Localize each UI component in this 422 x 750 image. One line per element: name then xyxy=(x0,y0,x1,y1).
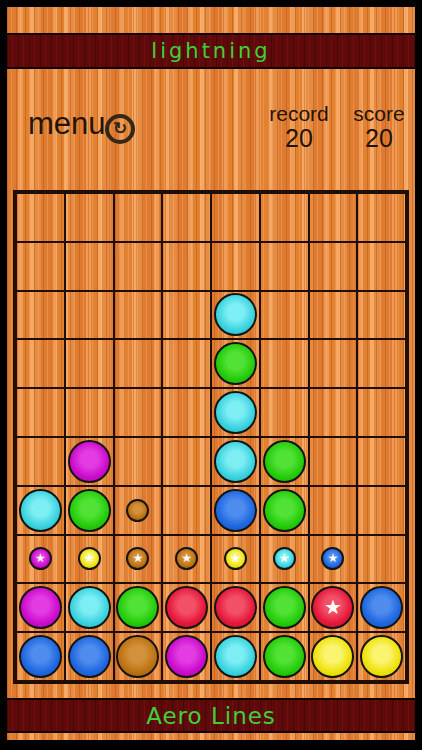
record-label: record xyxy=(266,102,332,125)
star-icon: ★ xyxy=(132,552,143,564)
ball-yellow[interactable] xyxy=(360,635,403,678)
star-icon: ★ xyxy=(181,552,192,564)
board-cell[interactable] xyxy=(357,632,406,681)
board-cell[interactable] xyxy=(260,486,309,535)
menu-button[interactable]: menu xyxy=(28,106,106,142)
board-cell[interactable] xyxy=(65,486,114,535)
board-cell[interactable] xyxy=(260,193,309,242)
board-cell[interactable] xyxy=(16,632,65,681)
board-cell[interactable] xyxy=(260,437,309,486)
board-cell[interactable] xyxy=(309,242,358,291)
board-cell[interactable] xyxy=(357,339,406,388)
board-cell[interactable] xyxy=(16,486,65,535)
board-cell[interactable] xyxy=(357,242,406,291)
ball-yellow-star[interactable]: ★ xyxy=(224,547,247,570)
ball-green[interactable] xyxy=(214,342,257,385)
board-cell[interactable] xyxy=(114,339,163,388)
board-cell[interactable] xyxy=(16,339,65,388)
board-cell[interactable] xyxy=(309,632,358,681)
ball-cyan[interactable] xyxy=(214,635,257,678)
board-cell[interactable] xyxy=(162,339,211,388)
ball-brown-star[interactable]: ★ xyxy=(126,547,149,570)
board-cell[interactable] xyxy=(211,291,260,340)
board-cell[interactable] xyxy=(211,486,260,535)
ball-green[interactable] xyxy=(116,586,159,629)
board-cell[interactable]: ★ xyxy=(65,535,114,584)
board-cell[interactable] xyxy=(211,193,260,242)
board-cell[interactable] xyxy=(162,242,211,291)
board-cell[interactable] xyxy=(162,437,211,486)
star-icon: ★ xyxy=(279,552,290,564)
score-label: score xyxy=(350,102,408,125)
board-cell[interactable] xyxy=(114,291,163,340)
board-cell[interactable] xyxy=(309,437,358,486)
ball-cyan[interactable] xyxy=(214,440,257,483)
ball-magenta[interactable] xyxy=(19,586,62,629)
ball-blue[interactable] xyxy=(214,489,257,532)
ball-blue[interactable] xyxy=(68,635,111,678)
board-cell[interactable] xyxy=(162,193,211,242)
board-cell[interactable]: ★ xyxy=(309,535,358,584)
board-cell[interactable] xyxy=(162,388,211,437)
board-cell[interactable]: ★ xyxy=(16,535,65,584)
star-icon: ★ xyxy=(324,597,342,617)
ball-brown-star[interactable]: ★ xyxy=(175,547,198,570)
board-cell[interactable] xyxy=(114,388,163,437)
board-cell[interactable]: ★ xyxy=(114,535,163,584)
ball-cyan[interactable] xyxy=(68,586,111,629)
score-value: 20 xyxy=(350,125,408,152)
ball-magenta[interactable] xyxy=(68,440,111,483)
board-cell[interactable] xyxy=(211,632,260,681)
board-cell[interactable] xyxy=(162,486,211,535)
refresh-button[interactable]: ↻ xyxy=(105,114,135,144)
board-cell[interactable] xyxy=(65,583,114,632)
star-icon: ★ xyxy=(35,552,46,564)
refresh-icon: ↻ xyxy=(113,120,127,137)
board-cell[interactable] xyxy=(16,583,65,632)
board-cell[interactable] xyxy=(309,291,358,340)
board-cell[interactable] xyxy=(114,242,163,291)
board-cell[interactable] xyxy=(162,291,211,340)
board-cell[interactable] xyxy=(114,437,163,486)
board-cell[interactable] xyxy=(357,437,406,486)
board-cell[interactable]: ★ xyxy=(211,535,260,584)
board-cell[interactable] xyxy=(357,583,406,632)
ball-red[interactable] xyxy=(214,586,257,629)
board-cell[interactable] xyxy=(357,291,406,340)
board-cell[interactable] xyxy=(65,291,114,340)
ball-cyan[interactable] xyxy=(214,391,257,434)
board-cell[interactable] xyxy=(16,242,65,291)
board-cell[interactable] xyxy=(16,193,65,242)
bottom-title-band: Aero Lines xyxy=(7,698,415,733)
board-cell[interactable] xyxy=(260,388,309,437)
ball-blue[interactable] xyxy=(19,635,62,678)
board-cell[interactable] xyxy=(65,437,114,486)
board-cell[interactable] xyxy=(309,486,358,535)
board-cell[interactable] xyxy=(357,388,406,437)
ball-magenta[interactable] xyxy=(165,635,208,678)
board-cell[interactable]: ★ xyxy=(260,535,309,584)
board-cell[interactable] xyxy=(114,486,163,535)
board-cell[interactable] xyxy=(211,583,260,632)
board-cell[interactable] xyxy=(357,193,406,242)
board-cell[interactable] xyxy=(309,339,358,388)
ball-brown[interactable] xyxy=(116,635,159,678)
board-cell[interactable] xyxy=(16,388,65,437)
board-cell[interactable] xyxy=(114,193,163,242)
app-title: Aero Lines xyxy=(146,703,276,729)
game-board[interactable]: ★★★★★★★★ xyxy=(13,190,409,684)
ball-yellow-star[interactable]: ★ xyxy=(78,547,101,570)
ball-magenta-star[interactable]: ★ xyxy=(29,547,52,570)
board-cell[interactable] xyxy=(114,632,163,681)
mode-title: lightning xyxy=(151,39,270,63)
ball-green[interactable] xyxy=(263,440,306,483)
record-block: record 20 xyxy=(266,102,332,152)
ball-cyan[interactable] xyxy=(214,293,257,336)
top-title-band: lightning xyxy=(7,33,415,69)
board-cell[interactable] xyxy=(162,583,211,632)
board-cell[interactable] xyxy=(357,486,406,535)
board-cell[interactable] xyxy=(260,242,309,291)
ball-blue-star[interactable]: ★ xyxy=(321,547,344,570)
board-cell[interactable] xyxy=(211,437,260,486)
star-icon: ★ xyxy=(327,552,338,564)
board-cell[interactable] xyxy=(260,291,309,340)
ball-yellow[interactable] xyxy=(311,635,354,678)
board-cell[interactable] xyxy=(260,632,309,681)
board-cell[interactable] xyxy=(65,632,114,681)
board-cell[interactable] xyxy=(65,388,114,437)
board-cell[interactable] xyxy=(260,583,309,632)
ball-red-star[interactable]: ★ xyxy=(311,586,354,629)
board-cell[interactable]: ★ xyxy=(162,535,211,584)
ball-red[interactable] xyxy=(165,586,208,629)
ball-blue[interactable] xyxy=(360,586,403,629)
ball-green[interactable] xyxy=(263,489,306,532)
star-icon: ★ xyxy=(84,552,95,564)
board-cell[interactable] xyxy=(65,193,114,242)
app-window: lightning menu ↻ record 20 score 20 ★★★★… xyxy=(0,0,422,750)
record-value: 20 xyxy=(266,125,332,152)
board-cell[interactable]: ★ xyxy=(309,583,358,632)
board-cell[interactable] xyxy=(65,339,114,388)
score-block: score 20 xyxy=(350,102,408,152)
ball-green[interactable] xyxy=(263,586,306,629)
ball-green[interactable] xyxy=(263,635,306,678)
board-cell[interactable] xyxy=(309,388,358,437)
board-cell[interactable] xyxy=(260,339,309,388)
ball-green[interactable] xyxy=(68,489,111,532)
board-cell[interactable] xyxy=(16,437,65,486)
board-cell[interactable] xyxy=(211,388,260,437)
board-cell[interactable] xyxy=(211,242,260,291)
ball-brown[interactable] xyxy=(126,499,149,522)
board-cell[interactable] xyxy=(16,291,65,340)
board-cell[interactable] xyxy=(162,632,211,681)
board-cell[interactable] xyxy=(114,583,163,632)
star-icon: ★ xyxy=(230,552,241,564)
board-cell[interactable] xyxy=(211,339,260,388)
ball-cyan-star[interactable]: ★ xyxy=(273,547,296,570)
ball-cyan[interactable] xyxy=(19,489,62,532)
board-cell[interactable] xyxy=(65,242,114,291)
board-cell[interactable] xyxy=(357,535,406,584)
board-cell[interactable] xyxy=(309,193,358,242)
